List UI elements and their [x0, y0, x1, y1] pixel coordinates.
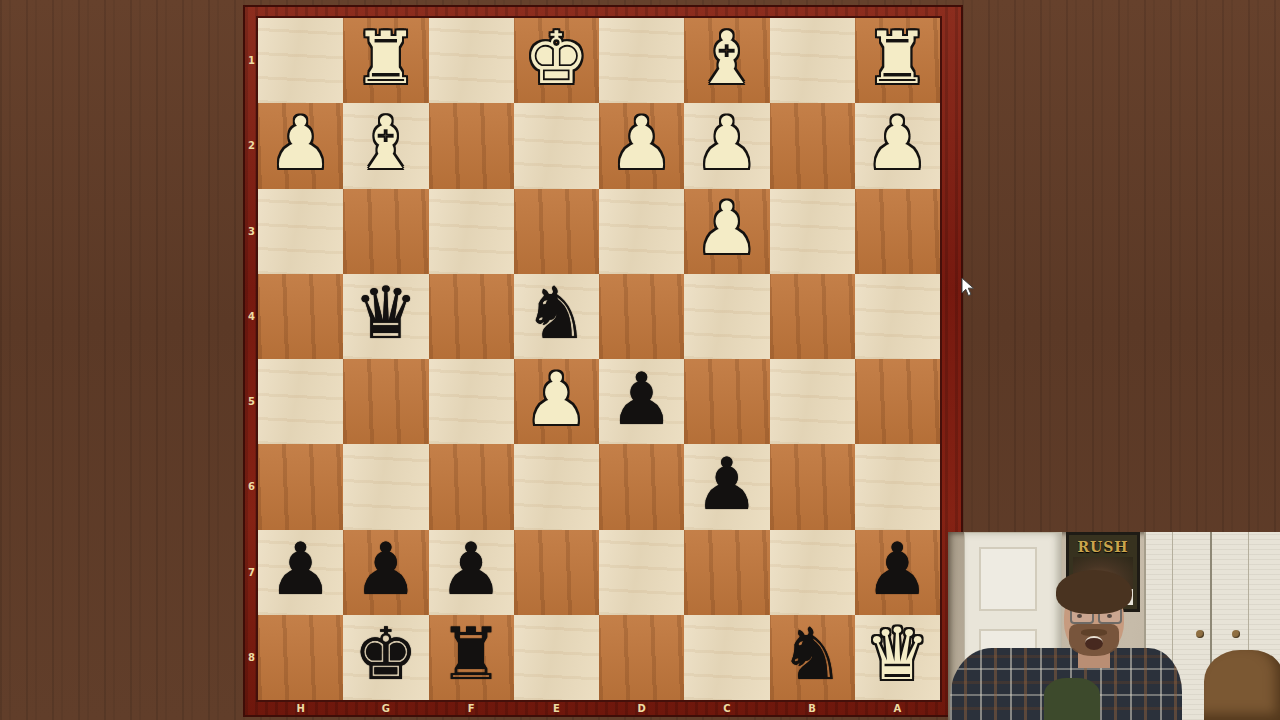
square-a6[interactable]: [855, 444, 940, 529]
square-h2[interactable]: ♟: [258, 103, 343, 188]
square-f1[interactable]: [429, 18, 514, 103]
square-h4[interactable]: [258, 274, 343, 359]
piece-bK-g8: ♚: [354, 618, 419, 690]
rank-label-3: 3: [245, 189, 258, 274]
file-label-h: H: [258, 700, 343, 717]
piece-bP-d5: ♟: [609, 363, 674, 435]
piece-bN-e4: ♞: [524, 277, 589, 349]
file-label-f: F: [429, 700, 514, 717]
piece-wP-h2: ♟: [268, 107, 333, 179]
file-label-e: E: [514, 700, 599, 717]
piece-wP-a2: ♟: [865, 107, 930, 179]
square-a4[interactable]: [855, 274, 940, 359]
board-squares: ♜♚♝♜♟♝♟♟♟♟♛♞♟♟♟♟♟♟♟♚♜♞♛: [258, 18, 940, 700]
square-c3[interactable]: ♟: [684, 189, 769, 274]
square-a5[interactable]: [855, 359, 940, 444]
rank-label-6: 6: [245, 444, 258, 529]
door-knob: [1196, 630, 1204, 638]
square-d1[interactable]: [599, 18, 684, 103]
file-label-c: C: [684, 700, 769, 717]
square-c1[interactable]: ♝: [684, 18, 769, 103]
piece-wB-c1: ♝: [695, 22, 760, 94]
square-d2[interactable]: ♟: [599, 103, 684, 188]
piece-bP-g7: ♟: [354, 533, 419, 605]
square-e2[interactable]: [514, 103, 599, 188]
square-e1[interactable]: ♚: [514, 18, 599, 103]
person-mustache: [1081, 629, 1107, 636]
square-h3[interactable]: [258, 189, 343, 274]
person-hair: [1056, 570, 1132, 614]
square-a7[interactable]: ♟: [855, 530, 940, 615]
square-a3[interactable]: [855, 189, 940, 274]
piece-bP-a7: ♟: [865, 533, 930, 605]
piece-bP-c6: ♟: [695, 448, 760, 520]
poster-title-text: RUSH: [1077, 539, 1128, 555]
piece-wP-d2: ♟: [609, 107, 674, 179]
square-b1[interactable]: [770, 18, 855, 103]
square-b7[interactable]: [770, 530, 855, 615]
square-g5[interactable]: [343, 359, 428, 444]
square-b3[interactable]: [770, 189, 855, 274]
square-c8[interactable]: [684, 615, 769, 700]
piece-bP-f7: ♟: [439, 533, 504, 605]
piece-wR-g1: ♜: [354, 22, 419, 94]
square-e5[interactable]: ♟: [514, 359, 599, 444]
piece-wK-e1: ♚: [524, 22, 589, 94]
square-a1[interactable]: ♜: [855, 18, 940, 103]
file-label-a: A: [855, 700, 940, 717]
square-c2[interactable]: ♟: [684, 103, 769, 188]
rank-label-7: 7: [245, 530, 258, 615]
square-g2[interactable]: ♝: [343, 103, 428, 188]
square-b4[interactable]: [770, 274, 855, 359]
mouse-cursor-icon: [961, 277, 976, 302]
square-f6[interactable]: [429, 444, 514, 529]
file-label-g: G: [343, 700, 428, 717]
square-b5[interactable]: [770, 359, 855, 444]
file-label-b: B: [770, 700, 855, 717]
square-e8[interactable]: [514, 615, 599, 700]
square-g7[interactable]: ♟: [343, 530, 428, 615]
square-f8[interactable]: ♜: [429, 615, 514, 700]
square-c6[interactable]: ♟: [684, 444, 769, 529]
piece-bQ-g4: ♛: [354, 277, 419, 349]
file-label-d: D: [599, 700, 684, 717]
square-h7[interactable]: ♟: [258, 530, 343, 615]
square-d4[interactable]: [599, 274, 684, 359]
rank-label-1: 1: [245, 18, 258, 103]
brown-coat: [1204, 650, 1280, 720]
square-d8[interactable]: [599, 615, 684, 700]
square-h1[interactable]: [258, 18, 343, 103]
square-f7[interactable]: ♟: [429, 530, 514, 615]
square-b8[interactable]: ♞: [770, 615, 855, 700]
piece-wQ-a8: ♛: [865, 618, 930, 690]
rank-label-8: 8: [245, 615, 258, 700]
door-knob: [1232, 630, 1240, 638]
square-g1[interactable]: ♜: [343, 18, 428, 103]
square-e4[interactable]: ♞: [514, 274, 599, 359]
square-h8[interactable]: [258, 615, 343, 700]
square-g3[interactable]: [343, 189, 428, 274]
square-d6[interactable]: [599, 444, 684, 529]
square-g8[interactable]: ♚: [343, 615, 428, 700]
webcam-overlay: RUSH: [948, 532, 1280, 720]
square-e6[interactable]: [514, 444, 599, 529]
piece-bR-f8: ♜: [439, 618, 504, 690]
person-mouth: [1085, 636, 1103, 650]
rank-label-4: 4: [245, 274, 258, 359]
square-b2[interactable]: [770, 103, 855, 188]
app-background: { "game": "chess", "position": { "fen": …: [0, 0, 1280, 720]
square-e3[interactable]: [514, 189, 599, 274]
square-f5[interactable]: [429, 359, 514, 444]
square-h6[interactable]: [258, 444, 343, 529]
square-f4[interactable]: [429, 274, 514, 359]
rank-label-5: 5: [245, 359, 258, 444]
piece-bN-b8: ♞: [780, 618, 845, 690]
piece-bP-h7: ♟: [268, 533, 333, 605]
square-d7[interactable]: [599, 530, 684, 615]
rank-label-2: 2: [245, 103, 258, 188]
piece-wP-c2: ♟: [695, 107, 760, 179]
square-g6[interactable]: [343, 444, 428, 529]
square-e7[interactable]: [514, 530, 599, 615]
square-d5[interactable]: ♟: [599, 359, 684, 444]
piece-wP-e5: ♟: [524, 363, 589, 435]
chess-board-frame: ♜♚♝♜♟♝♟♟♟♟♛♞♟♟♟♟♟♟♟♚♜♞♛ 12345678 HGFEDCB…: [243, 5, 963, 717]
square-a2[interactable]: ♟: [855, 103, 940, 188]
square-g4[interactable]: ♛: [343, 274, 428, 359]
piece-wB-g2: ♝: [354, 107, 419, 179]
square-c5[interactable]: [684, 359, 769, 444]
square-a8[interactable]: ♛: [855, 615, 940, 700]
square-h5[interactable]: [258, 359, 343, 444]
square-c7[interactable]: [684, 530, 769, 615]
square-b6[interactable]: [770, 444, 855, 529]
door-panel: [979, 547, 1037, 611]
piece-wP-c3: ♟: [695, 192, 760, 264]
person-green-shirt: [1044, 678, 1100, 720]
piece-wR-a1: ♜: [865, 22, 930, 94]
square-f3[interactable]: [429, 189, 514, 274]
square-f2[interactable]: [429, 103, 514, 188]
square-d3[interactable]: [599, 189, 684, 274]
square-c4[interactable]: [684, 274, 769, 359]
